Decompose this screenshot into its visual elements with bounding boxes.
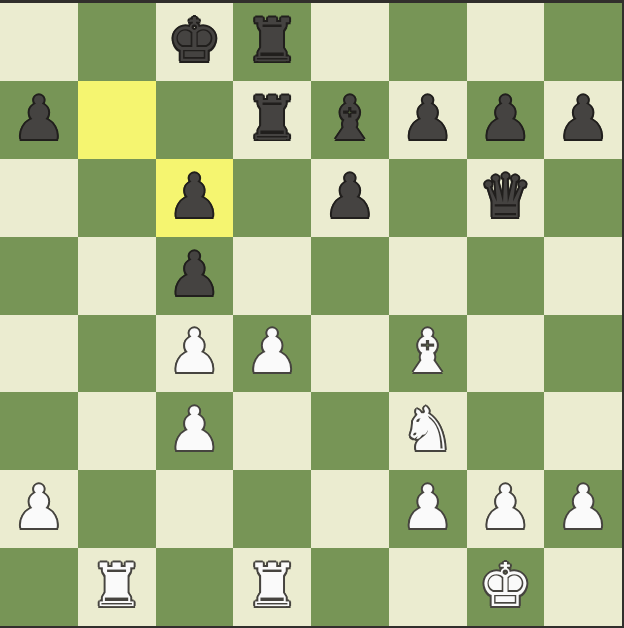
black-pawn[interactable]: ♟ bbox=[167, 244, 221, 304]
square-f2[interactable]: ♟ bbox=[389, 470, 467, 548]
white-knight[interactable]: ♞ bbox=[401, 399, 455, 459]
square-g4[interactable] bbox=[467, 315, 545, 393]
square-a1[interactable] bbox=[0, 548, 78, 626]
black-pawn[interactable]: ♟ bbox=[323, 166, 377, 226]
square-c8[interactable]: ♚ bbox=[156, 3, 234, 81]
square-c1[interactable] bbox=[156, 548, 234, 626]
white-pawn[interactable]: ♟ bbox=[556, 477, 610, 537]
square-h6[interactable] bbox=[544, 159, 622, 237]
square-e2[interactable] bbox=[311, 470, 389, 548]
square-a2[interactable]: ♟ bbox=[0, 470, 78, 548]
square-b1[interactable]: ♜ bbox=[78, 548, 156, 626]
square-g6[interactable]: ♛ bbox=[467, 159, 545, 237]
square-h2[interactable]: ♟ bbox=[544, 470, 622, 548]
square-b3[interactable] bbox=[78, 392, 156, 470]
square-c2[interactable] bbox=[156, 470, 234, 548]
square-a7[interactable]: ♟ bbox=[0, 81, 78, 159]
square-b5[interactable] bbox=[78, 237, 156, 315]
black-pawn[interactable]: ♟ bbox=[401, 88, 455, 148]
square-f5[interactable] bbox=[389, 237, 467, 315]
white-king[interactable]: ♚ bbox=[478, 555, 532, 615]
square-e1[interactable] bbox=[311, 548, 389, 626]
white-pawn[interactable]: ♟ bbox=[401, 477, 455, 537]
square-g8[interactable] bbox=[467, 3, 545, 81]
white-pawn[interactable]: ♟ bbox=[167, 399, 221, 459]
white-pawn[interactable]: ♟ bbox=[245, 321, 299, 381]
black-pawn[interactable]: ♟ bbox=[556, 88, 610, 148]
square-c6[interactable]: ♟ bbox=[156, 159, 234, 237]
square-c3[interactable]: ♟ bbox=[156, 392, 234, 470]
square-h3[interactable] bbox=[544, 392, 622, 470]
black-king[interactable]: ♚ bbox=[167, 10, 221, 70]
square-h8[interactable] bbox=[544, 3, 622, 81]
square-d6[interactable] bbox=[233, 159, 311, 237]
square-h5[interactable] bbox=[544, 237, 622, 315]
white-rook[interactable]: ♜ bbox=[90, 555, 144, 615]
square-b2[interactable] bbox=[78, 470, 156, 548]
square-f7[interactable]: ♟ bbox=[389, 81, 467, 159]
square-c5[interactable]: ♟ bbox=[156, 237, 234, 315]
square-d4[interactable]: ♟ bbox=[233, 315, 311, 393]
square-d8[interactable]: ♜ bbox=[233, 3, 311, 81]
square-e6[interactable]: ♟ bbox=[311, 159, 389, 237]
white-pawn[interactable]: ♟ bbox=[12, 477, 66, 537]
square-e5[interactable] bbox=[311, 237, 389, 315]
square-h4[interactable] bbox=[544, 315, 622, 393]
black-pawn[interactable]: ♟ bbox=[167, 166, 221, 226]
square-f4[interactable]: ♝ bbox=[389, 315, 467, 393]
chess-board: ♚♜♟♜♝♟♟♟♟♟♛♟♟♟♝♟♞♟♟♟♟♜♜♚ bbox=[0, 3, 622, 626]
black-rook[interactable]: ♜ bbox=[245, 10, 299, 70]
square-a4[interactable] bbox=[0, 315, 78, 393]
square-f8[interactable] bbox=[389, 3, 467, 81]
square-f1[interactable] bbox=[389, 548, 467, 626]
square-a3[interactable] bbox=[0, 392, 78, 470]
square-d1[interactable]: ♜ bbox=[233, 548, 311, 626]
black-pawn[interactable]: ♟ bbox=[478, 88, 532, 148]
black-bishop[interactable]: ♝ bbox=[323, 88, 377, 148]
square-a6[interactable] bbox=[0, 159, 78, 237]
square-e8[interactable] bbox=[311, 3, 389, 81]
black-pawn[interactable]: ♟ bbox=[12, 88, 66, 148]
black-queen[interactable]: ♛ bbox=[478, 166, 532, 226]
square-e4[interactable] bbox=[311, 315, 389, 393]
square-b7[interactable] bbox=[78, 81, 156, 159]
square-h7[interactable]: ♟ bbox=[544, 81, 622, 159]
square-c4[interactable]: ♟ bbox=[156, 315, 234, 393]
square-d3[interactable] bbox=[233, 392, 311, 470]
square-e3[interactable] bbox=[311, 392, 389, 470]
square-g3[interactable] bbox=[467, 392, 545, 470]
square-b8[interactable] bbox=[78, 3, 156, 81]
white-pawn[interactable]: ♟ bbox=[478, 477, 532, 537]
white-rook[interactable]: ♜ bbox=[245, 555, 299, 615]
square-e7[interactable]: ♝ bbox=[311, 81, 389, 159]
square-d2[interactable] bbox=[233, 470, 311, 548]
white-pawn[interactable]: ♟ bbox=[167, 321, 221, 381]
square-h1[interactable] bbox=[544, 548, 622, 626]
square-g7[interactable]: ♟ bbox=[467, 81, 545, 159]
square-d7[interactable]: ♜ bbox=[233, 81, 311, 159]
black-rook[interactable]: ♜ bbox=[245, 88, 299, 148]
square-c7[interactable] bbox=[156, 81, 234, 159]
square-f6[interactable] bbox=[389, 159, 467, 237]
square-a5[interactable] bbox=[0, 237, 78, 315]
square-d5[interactable] bbox=[233, 237, 311, 315]
chess-app-window: ♚♜♟♜♝♟♟♟♟♟♛♟♟♟♝♟♞♟♟♟♟♜♜♚ bbox=[0, 0, 624, 628]
white-bishop[interactable]: ♝ bbox=[401, 321, 455, 381]
square-a8[interactable] bbox=[0, 3, 78, 81]
square-b4[interactable] bbox=[78, 315, 156, 393]
square-g5[interactable] bbox=[467, 237, 545, 315]
square-f3[interactable]: ♞ bbox=[389, 392, 467, 470]
square-g1[interactable]: ♚ bbox=[467, 548, 545, 626]
square-b6[interactable] bbox=[78, 159, 156, 237]
square-g2[interactable]: ♟ bbox=[467, 470, 545, 548]
